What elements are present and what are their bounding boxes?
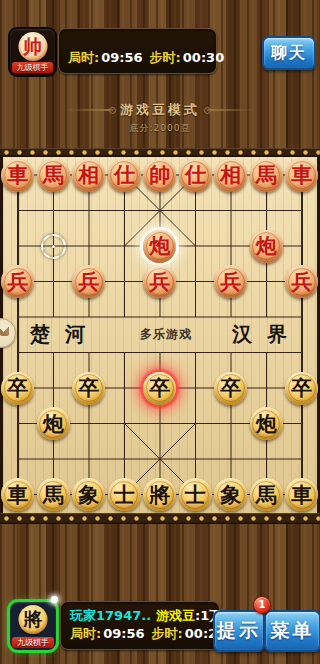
piece-red-車[interactable]: 車 xyxy=(1,159,34,192)
player-timer-row: 局时:09:56步时:00:27 xyxy=(70,625,217,643)
piece-black-炮[interactable]: 炮 xyxy=(37,407,70,440)
piece-black-馬[interactable]: 馬 xyxy=(250,478,283,511)
piece-red-相[interactable]: 相 xyxy=(214,159,247,192)
piece-black-卒[interactable]: 卒 xyxy=(1,372,34,405)
opponent-move-time-label: 步时: xyxy=(150,50,181,65)
xiangqi-board[interactable]: 楚河 多乐游戏 汉界 車馬相仕帥仕相馬車炮炮兵兵兵兵兵卒卒卒卒卒炮炮車馬象士將士… xyxy=(0,148,320,524)
piece-black-象[interactable]: 象 xyxy=(214,478,247,511)
piece-red-兵[interactable]: 兵 xyxy=(285,265,318,298)
player-info-panel: 玩家17947..游戏豆:1万 局时:09:56步时:00:27 xyxy=(60,601,220,650)
player-move-time-label: 步时: xyxy=(152,626,183,641)
piece-red-馬[interactable]: 馬 xyxy=(250,159,283,192)
last-move-origin-marker xyxy=(41,234,66,259)
xiangqi-game-screen: 帅 九级棋手 局时:09:56步时:00:30 聊天 游戏豆模式 底分:2000… xyxy=(0,0,320,664)
piece-black-炮[interactable]: 炮 xyxy=(250,407,283,440)
banner-ornament-right xyxy=(207,109,255,111)
piece-red-相[interactable]: 相 xyxy=(72,159,105,192)
opponent-game-time-label: 局时: xyxy=(68,50,99,65)
piece-black-馬[interactable]: 馬 xyxy=(37,478,70,511)
menu-notification-badge[interactable]: 1 xyxy=(253,596,271,614)
player-name: 玩家17947.. xyxy=(70,608,151,623)
chat-button[interactable]: 聊天 xyxy=(262,36,316,70)
opponent-info-panel: 局时:09:56步时:00:30 xyxy=(58,28,217,74)
piece-black-卒[interactable]: 卒 xyxy=(72,372,105,405)
player-avatar[interactable]: 將 九级棋手 xyxy=(10,602,56,650)
piece-red-仕[interactable]: 仕 xyxy=(179,159,212,192)
opponent-game-time-value: 09:56 xyxy=(101,50,142,65)
piece-red-兵[interactable]: 兵 xyxy=(1,265,34,298)
menu-button[interactable]: 菜单 xyxy=(264,610,320,652)
opponent-avatar[interactable]: 帅 九级棋手 xyxy=(10,29,55,75)
player-rank-badge: 九级棋手 xyxy=(12,637,54,648)
piece-red-帥[interactable]: 帥 xyxy=(143,159,176,192)
beans-label: 游戏豆 xyxy=(156,608,195,623)
player-identity-row: 玩家17947..游戏豆:1万 xyxy=(70,607,217,625)
piece-red-兵[interactable]: 兵 xyxy=(72,265,105,298)
piece-red-車[interactable]: 車 xyxy=(285,159,318,192)
piece-red-兵[interactable]: 兵 xyxy=(143,265,176,298)
piece-black-卒[interactable]: 卒 xyxy=(285,372,318,405)
piece-black-卒[interactable]: 卒 xyxy=(143,372,176,405)
banner-ornament-left xyxy=(65,109,113,111)
piece-black-車[interactable]: 車 xyxy=(1,478,34,511)
sparkle-icon xyxy=(51,596,58,603)
player-game-time-label: 局时: xyxy=(70,626,101,641)
opponent-avatar-piece-icon: 帅 xyxy=(18,32,47,61)
piece-black-車[interactable]: 車 xyxy=(285,478,318,511)
piece-red-炮[interactable]: 炮 xyxy=(250,230,283,263)
piece-black-象[interactable]: 象 xyxy=(72,478,105,511)
piece-black-士[interactable]: 士 xyxy=(179,478,212,511)
piece-black-將[interactable]: 將 xyxy=(143,478,176,511)
opponent-timer-row: 局时:09:56步时:00:30 xyxy=(68,49,214,67)
piece-red-炮[interactable]: 炮 xyxy=(143,230,176,263)
mode-banner: 游戏豆模式 底分:2000豆 xyxy=(0,101,320,135)
pieces-grid: 車馬相仕帥仕相馬車炮炮兵兵兵兵兵卒卒卒卒卒炮炮車馬象士將士象馬車 xyxy=(0,157,320,512)
piece-red-馬[interactable]: 馬 xyxy=(37,159,70,192)
piece-red-仕[interactable]: 仕 xyxy=(108,159,141,192)
piece-black-士[interactable]: 士 xyxy=(108,478,141,511)
mode-base-score: 底分:2000豆 xyxy=(0,122,320,135)
opponent-move-time-value: 00:30 xyxy=(183,50,224,65)
player-game-time-value: 09:56 xyxy=(103,626,144,641)
mode-title: 游戏豆模式 xyxy=(120,101,200,119)
piece-black-卒[interactable]: 卒 xyxy=(214,372,247,405)
player-avatar-piece-icon: 將 xyxy=(19,605,48,634)
hint-button[interactable]: 提示 xyxy=(213,610,265,652)
piece-red-兵[interactable]: 兵 xyxy=(214,265,247,298)
opponent-rank-badge: 九级棋手 xyxy=(12,62,53,73)
